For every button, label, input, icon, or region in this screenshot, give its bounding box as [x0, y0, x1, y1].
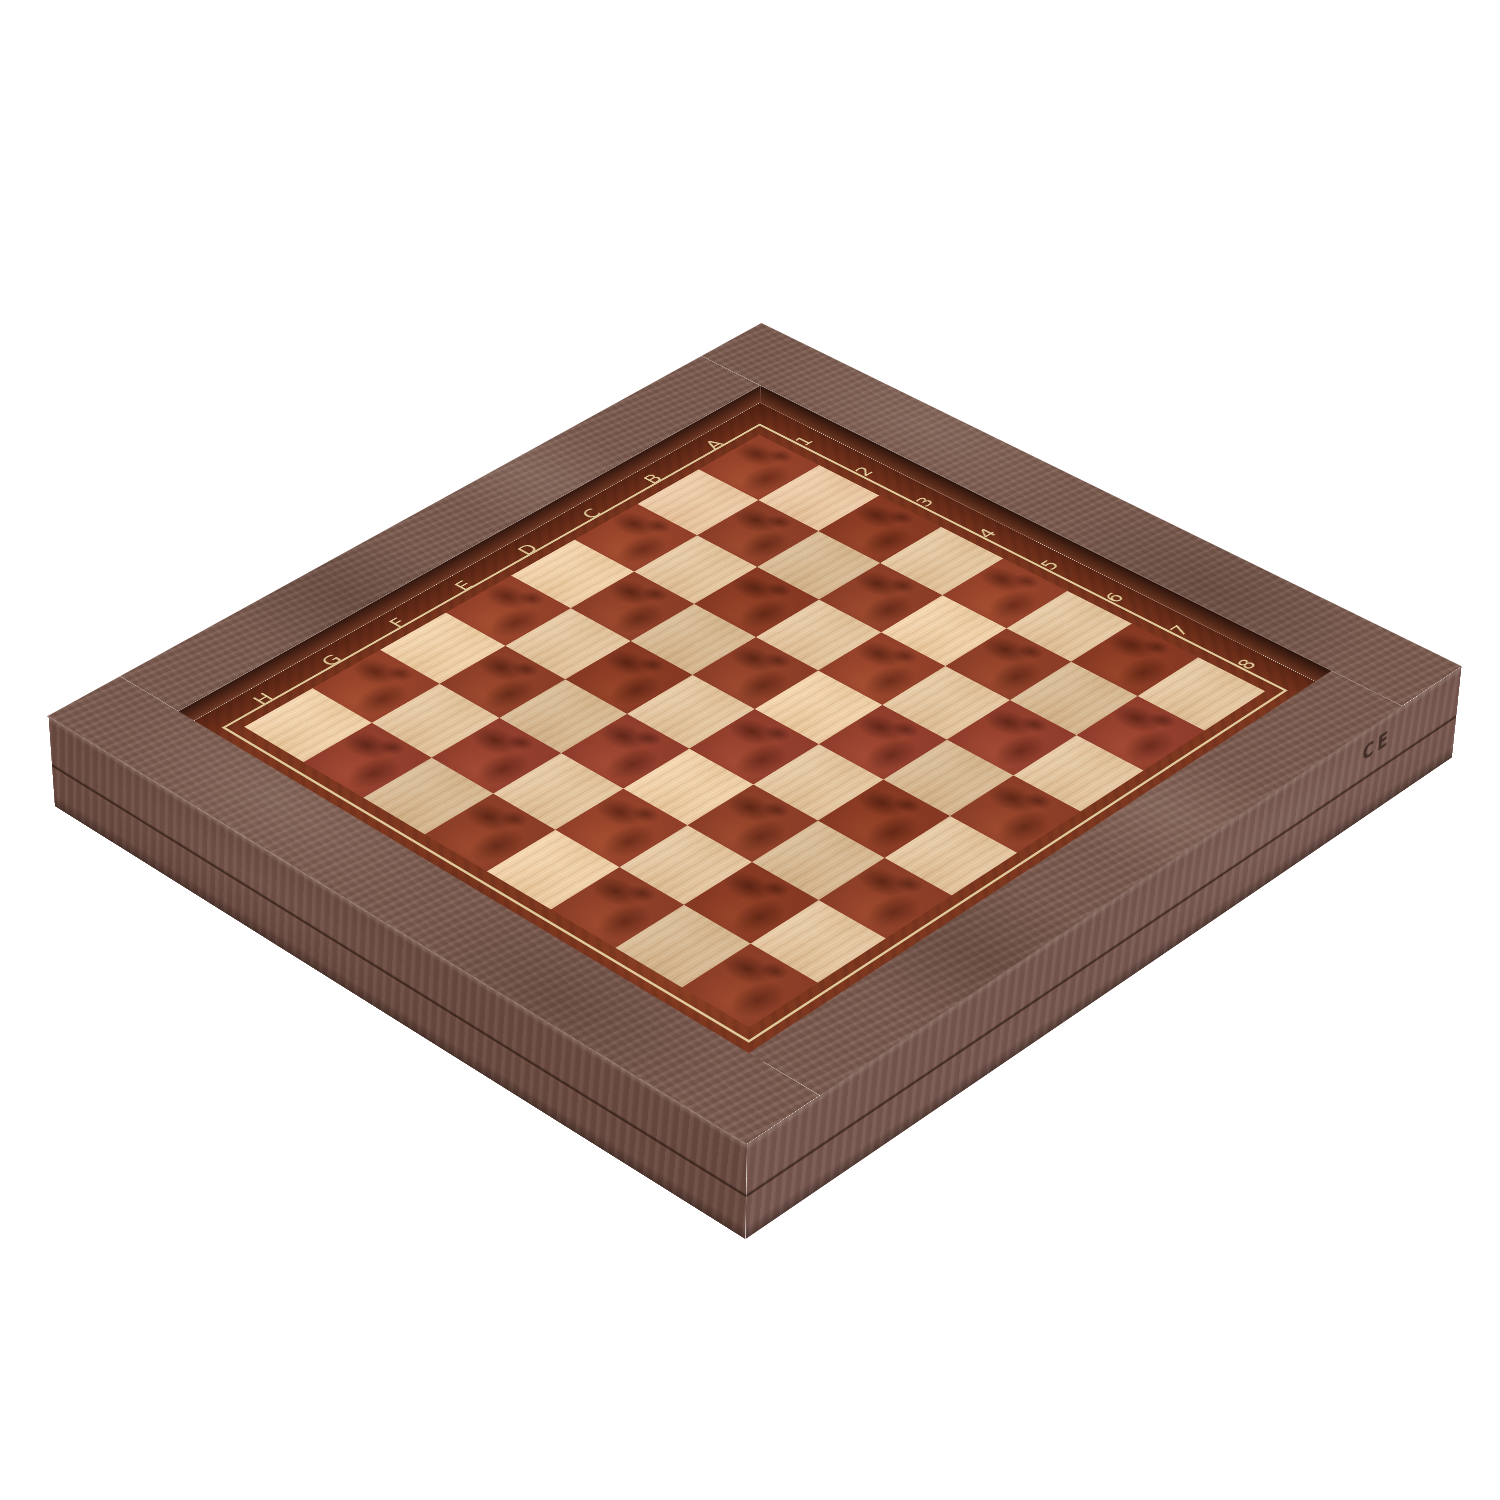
product-photo-background: ABCDEFGH 12345678 CE — [0, 0, 1500, 1500]
camera-tilt: ABCDEFGH 12345678 CE — [0, 0, 1500, 1500]
perspective-stage: ABCDEFGH 12345678 CE — [0, 0, 1500, 1500]
